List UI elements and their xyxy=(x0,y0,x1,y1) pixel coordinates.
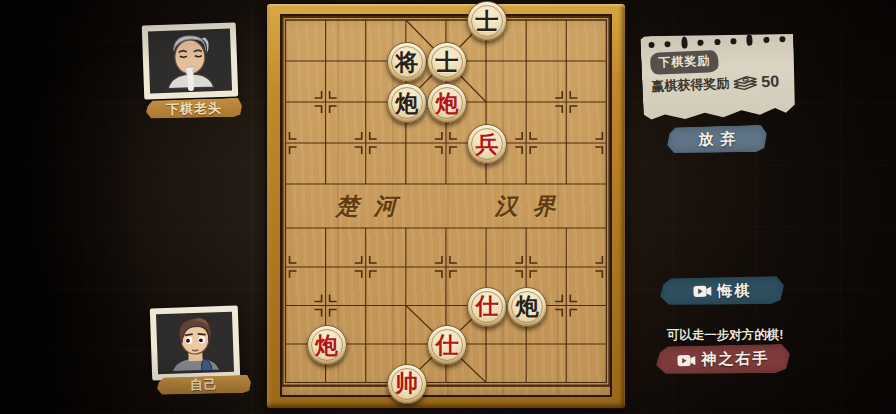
tip-text: 可以走一步对方的棋! xyxy=(667,328,784,342)
piece-character: 将 xyxy=(395,51,418,74)
xiangqi-piece[interactable]: 将 xyxy=(387,42,427,82)
undo-move-button[interactable]: 悔棋 xyxy=(660,276,784,306)
xiangqi-piece[interactable]: 炮 xyxy=(427,83,467,123)
old-man-icon xyxy=(148,29,232,94)
xiangqi-piece[interactable]: 士 xyxy=(467,1,507,41)
piece-character: 帅 xyxy=(395,372,418,395)
self-portrait xyxy=(156,312,234,375)
reward-description-row: 赢棋获得奖励 50 xyxy=(651,72,779,96)
self-avatar xyxy=(150,305,240,380)
give-up-label: 放弃 xyxy=(691,129,742,149)
xiangqi-piece[interactable]: 炮 xyxy=(507,287,547,327)
xiangqi-piece[interactable]: 仕 xyxy=(427,325,467,365)
gods-right-hand-label: 神之右手 xyxy=(701,349,769,369)
opponent-avatar xyxy=(142,22,239,99)
gods-hand-tip: 可以走一步对方的棋! xyxy=(652,327,798,344)
xiangqi-piece[interactable]: 炮 xyxy=(307,325,347,365)
xiangqi-board[interactable]: 楚河 汉界 士将士炮炮兵仕炮炮仕帅 xyxy=(280,14,612,397)
reward-title-badge: 下棋奖励 xyxy=(650,50,719,75)
undo-label: 悔棋 xyxy=(717,281,751,301)
piece-character: 仕 xyxy=(476,295,499,318)
river-label-right: 汉界 xyxy=(480,191,571,222)
self-name-label: 自己 xyxy=(157,375,251,395)
piece-character: 兵 xyxy=(476,133,499,156)
xiangqi-piece[interactable]: 士 xyxy=(427,42,467,82)
video-ad-icon xyxy=(692,284,711,298)
give-up-button[interactable]: 放弃 xyxy=(667,125,768,155)
piece-character: 士 xyxy=(435,51,458,74)
game-screen: 楚河 汉界 士将士炮炮兵仕炮炮仕帅 下棋老头 xyxy=(0,0,896,414)
xiangqi-piece[interactable]: 仕 xyxy=(467,287,507,327)
river-label-left: 楚河 xyxy=(321,191,412,222)
opponent-name: 下棋老头 xyxy=(166,99,222,118)
self-name: 自己 xyxy=(190,376,218,395)
reward-title: 下棋奖励 xyxy=(658,53,711,69)
xiangqi-piece[interactable]: 兵 xyxy=(467,124,507,164)
reward-note: 下棋奖励 赢棋获得奖励 50 xyxy=(640,30,797,124)
xiangqi-board-frame: 楚河 汉界 士将士炮炮兵仕炮炮仕帅 xyxy=(265,2,627,410)
piece-character: 炮 xyxy=(516,295,539,318)
video-ad-icon xyxy=(676,353,695,367)
piece-character: 士 xyxy=(476,10,499,33)
note-holes xyxy=(648,36,785,50)
piece-character: 仕 xyxy=(435,334,458,357)
money-stack-icon xyxy=(732,73,759,92)
piece-character: 炮 xyxy=(395,92,418,115)
piece-character: 炮 xyxy=(315,334,338,357)
piece-character: 炮 xyxy=(435,92,458,115)
xiangqi-piece[interactable]: 帅 xyxy=(387,364,427,404)
reward-amount: 50 xyxy=(761,72,780,91)
opponent-name-label: 下棋老头 xyxy=(146,98,242,120)
young-man-icon xyxy=(156,312,234,375)
gods-right-hand-button[interactable]: 神之右手 xyxy=(656,344,790,375)
xiangqi-piece[interactable]: 炮 xyxy=(387,83,427,123)
reward-desc: 赢棋获得奖励 xyxy=(651,75,730,96)
opponent-portrait xyxy=(148,29,232,94)
